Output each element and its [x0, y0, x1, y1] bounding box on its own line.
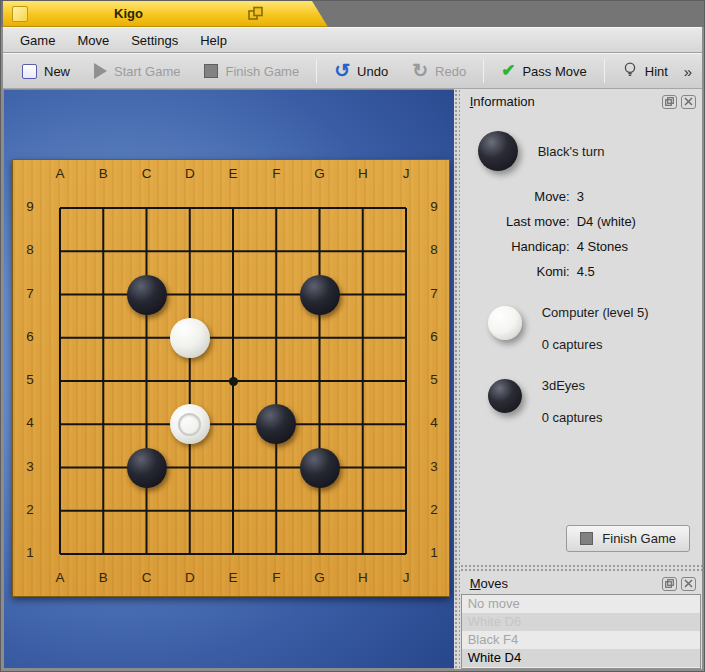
- coord-top-h: H: [343, 166, 383, 181]
- coord-top-b: B: [83, 166, 123, 181]
- check-icon: ✔: [501, 63, 515, 79]
- coord-bottom-h: H: [343, 570, 383, 585]
- moves-dock-title: Moves: [470, 576, 658, 591]
- hoshi-point-e5: [229, 377, 238, 386]
- float-dock-icon[interactable]: [662, 577, 677, 591]
- coord-bottom-e: E: [213, 570, 253, 585]
- toolbar-separator: [604, 59, 605, 83]
- side-panel: Information Black's: [460, 89, 702, 669]
- info-value-komi: 4.5: [577, 264, 702, 279]
- coord-right-1: 1: [423, 545, 445, 560]
- info-label-handicap: Handicap:: [460, 239, 570, 254]
- black-stone-image: [488, 379, 522, 413]
- info-label-move: Move:: [460, 189, 570, 204]
- white-stone-image: [488, 306, 522, 340]
- menu-game[interactable]: Game: [9, 30, 66, 51]
- float-dock-icon[interactable]: [662, 95, 677, 109]
- coord-top-a: A: [40, 166, 80, 181]
- toolbar-overflow-chevron[interactable]: »: [684, 63, 695, 80]
- new-icon: [22, 64, 37, 79]
- toolbar-separator: [316, 59, 317, 83]
- coord-left-6: 6: [19, 329, 41, 344]
- coord-right-8: 8: [423, 242, 445, 257]
- toolbar-label-redo: Redo: [435, 64, 466, 79]
- stop-icon: [580, 532, 593, 545]
- coord-top-d: D: [170, 166, 210, 181]
- turn-stone-image: [478, 131, 518, 171]
- coord-bottom-b: B: [83, 570, 123, 585]
- coord-bottom-c: C: [127, 570, 167, 585]
- coord-left-5: 5: [19, 372, 41, 387]
- coord-bottom-g: G: [300, 570, 340, 585]
- moves-dock-titlebar: Moves: [460, 571, 702, 593]
- players-section: Computer (level 5)0 captures3dEyes0 capt…: [460, 279, 702, 425]
- menu-move[interactable]: Move: [66, 30, 120, 51]
- toolbar-label-start-game: Start Game: [114, 64, 180, 79]
- main-area: AABBCCDDEEFFGGHHJJ998877665544332211 Inf…: [3, 89, 702, 669]
- titlebar[interactable]: Kigo: [1, 1, 704, 27]
- toolbar-button-hint[interactable]: Hint: [610, 57, 680, 85]
- move-row-white-d6[interactable]: White D6: [462, 613, 700, 631]
- toolbar-label-pass-move: Pass Move: [522, 64, 586, 79]
- toolbar-label-finish-game: Finish Game: [225, 64, 299, 79]
- information-dock-title: Information: [470, 94, 658, 109]
- coord-top-e: E: [213, 166, 253, 181]
- window-title: Kigo: [114, 6, 143, 21]
- coord-right-2: 2: [423, 502, 445, 517]
- coord-right-6: 6: [423, 329, 445, 344]
- toolbar-button-pass-move[interactable]: ✔Pass Move: [489, 57, 599, 85]
- go-board[interactable]: AABBCCDDEEFFGGHHJJ998877665544332211: [12, 159, 450, 597]
- coord-left-2: 2: [19, 502, 41, 517]
- finish-game-button-label: Finish Game: [602, 531, 676, 546]
- toolbar-button-undo[interactable]: ↺Undo: [322, 57, 400, 85]
- dock-separator[interactable]: [460, 564, 702, 571]
- titlebar-tab[interactable]: Kigo: [3, 1, 328, 27]
- game-info-fields: Move:3Last move:D4 (white)Handicap:4 Sto…: [460, 189, 702, 279]
- menu-settings[interactable]: Settings: [120, 30, 189, 51]
- information-dock-titlebar: Information: [460, 89, 702, 111]
- turn-label: Black's turn: [538, 144, 605, 159]
- menubar: GameMoveSettingsHelp: [3, 27, 702, 53]
- information-dock: Information Black's: [460, 89, 702, 564]
- redo-icon: ↻: [412, 63, 428, 79]
- window-menu-button[interactable]: [12, 6, 28, 22]
- player-row-black: 3dEyes0 captures: [488, 376, 702, 425]
- info-value-last-move: D4 (white): [577, 214, 702, 229]
- info-label-last-move: Last move:: [460, 214, 570, 229]
- coord-bottom-a: A: [40, 570, 80, 585]
- toolbar-label-undo: Undo: [357, 64, 388, 79]
- toolbar-button-redo[interactable]: ↻Redo: [400, 57, 478, 85]
- move-row-black-f4[interactable]: Black F4: [462, 631, 700, 649]
- black-stone-c3: [127, 448, 167, 488]
- info-value-move: 3: [577, 189, 702, 204]
- white-stone-d4: [170, 404, 210, 444]
- turn-indicator: Black's turn: [478, 131, 702, 171]
- kigo-window: Kigo GameMoveSettingsHelp NewStart GameF…: [0, 0, 705, 672]
- coord-left-8: 8: [19, 242, 41, 257]
- coord-bottom-f: F: [256, 570, 296, 585]
- close-dock-icon[interactable]: [681, 95, 696, 109]
- info-label-komi: Komi:: [460, 264, 570, 279]
- move-row-white-d4[interactable]: White D4: [462, 649, 700, 667]
- moves-list: No moveWhite D6Black F4White D4: [461, 594, 701, 669]
- player-name: 3dEyes: [542, 378, 603, 393]
- coord-bottom-j: J: [386, 570, 426, 585]
- coord-left-7: 7: [19, 286, 41, 301]
- coord-left-9: 9: [19, 199, 41, 214]
- toolbar-label-hint: Hint: [645, 64, 668, 79]
- coord-right-5: 5: [423, 372, 445, 387]
- toolbar-button-new[interactable]: New: [10, 57, 82, 85]
- shade-icon[interactable]: [247, 6, 264, 21]
- toolbar-label-new: New: [44, 64, 70, 79]
- coord-top-f: F: [256, 166, 296, 181]
- menu-help[interactable]: Help: [189, 30, 238, 51]
- coord-top-j: J: [386, 166, 426, 181]
- coord-right-4: 4: [423, 415, 445, 430]
- coord-right-7: 7: [423, 286, 445, 301]
- info-value-handicap: 4 Stones: [577, 239, 702, 254]
- coord-left-4: 4: [19, 415, 41, 430]
- toolbar-button-finish-game[interactable]: Finish Game: [192, 57, 311, 85]
- finish-button-row: Finish Game: [460, 525, 702, 564]
- last-move-marker: [178, 413, 201, 436]
- white-stone-d6: [170, 318, 210, 358]
- coord-left-3: 3: [19, 459, 41, 474]
- coord-right-9: 9: [423, 199, 445, 214]
- move-row-no-move[interactable]: No move: [462, 595, 700, 613]
- player-name: Computer (level 5): [542, 305, 649, 320]
- coord-right-3: 3: [423, 459, 445, 474]
- coord-top-c: C: [127, 166, 167, 181]
- board-view: AABBCCDDEEFFGGHHJJ998877665544332211: [3, 89, 454, 669]
- player-captures: 0 captures: [542, 410, 603, 425]
- stop-icon: [204, 64, 218, 78]
- coord-bottom-d: D: [170, 570, 210, 585]
- black-stone-g3: [300, 448, 340, 488]
- coord-left-1: 1: [19, 545, 41, 560]
- player-captures: 0 captures: [542, 337, 649, 352]
- toolbar: NewStart GameFinish Game↺Undo↻Redo✔Pass …: [3, 53, 702, 89]
- close-dock-icon[interactable]: [681, 577, 696, 591]
- bulb-icon: [622, 61, 638, 81]
- coord-top-g: G: [300, 166, 340, 181]
- finish-game-button[interactable]: Finish Game: [566, 525, 690, 552]
- toolbar-button-start-game[interactable]: Start Game: [82, 57, 192, 85]
- player-row-white: Computer (level 5)0 captures: [488, 303, 702, 352]
- undo-icon: ↺: [334, 63, 350, 79]
- black-stone-g7: [300, 275, 340, 315]
- toolbar-separator: [483, 59, 484, 83]
- play-icon: [94, 63, 107, 79]
- black-stone-c7: [127, 275, 167, 315]
